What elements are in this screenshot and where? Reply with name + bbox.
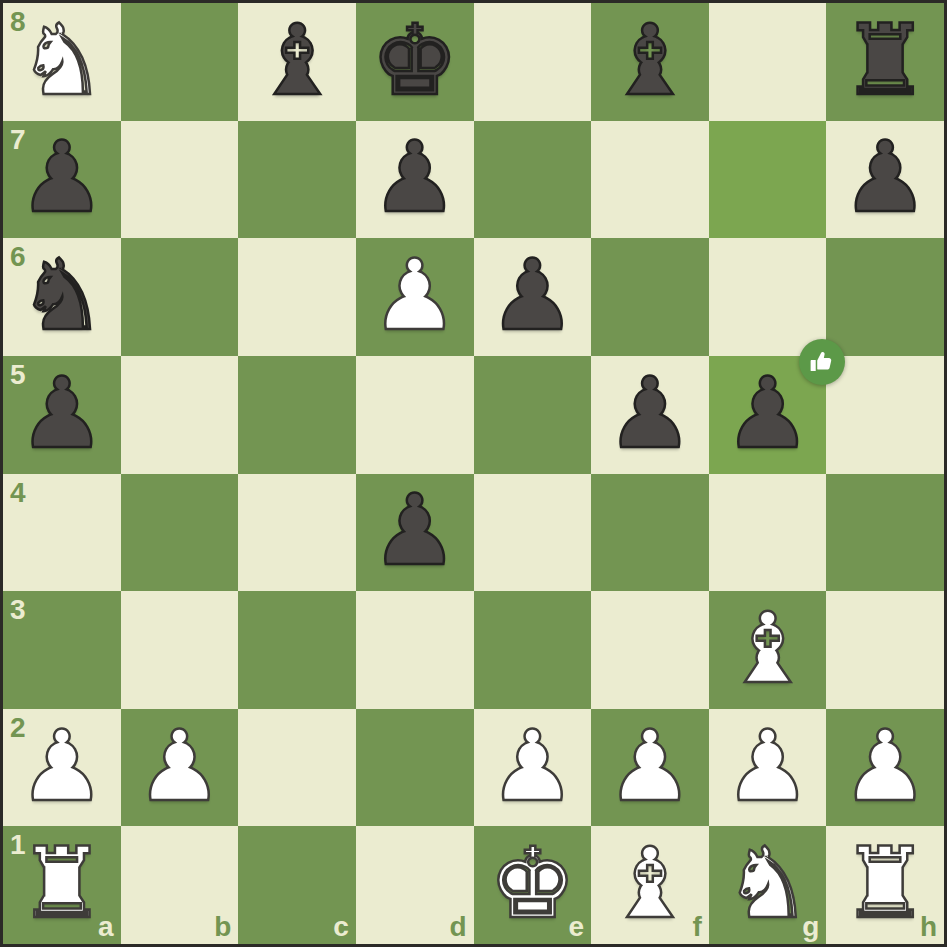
piece-black-pawn[interactable]: ♟ — [18, 364, 106, 462]
square-d2[interactable] — [356, 709, 474, 827]
piece-black-pawn[interactable]: ♟ — [841, 128, 929, 226]
square-h1[interactable]: h♜ — [826, 826, 944, 944]
square-e6[interactable]: ♟ — [474, 238, 592, 356]
piece-black-king[interactable]: ♚ — [371, 11, 459, 109]
square-b8[interactable] — [121, 3, 239, 121]
piece-white-pawn[interactable]: ♟ — [371, 246, 459, 344]
square-d1[interactable]: d — [356, 826, 474, 944]
piece-white-pawn[interactable]: ♟ — [841, 717, 929, 815]
square-a4[interactable]: 4 — [3, 474, 121, 592]
square-e5[interactable] — [474, 356, 592, 474]
piece-black-bishop[interactable]: ♝ — [253, 11, 341, 109]
square-d5[interactable] — [356, 356, 474, 474]
chess-board: 8♞♝♚♝♜7♟♟♟6♞♟♟5♟♟♟4♟3♝2♟♟♟♟♟♟1a♜bcde♚f♝g… — [3, 3, 944, 944]
square-g2[interactable]: ♟ — [709, 709, 827, 827]
square-e7[interactable] — [474, 121, 592, 239]
piece-black-pawn[interactable]: ♟ — [488, 246, 576, 344]
piece-white-bishop[interactable]: ♝ — [724, 599, 812, 697]
piece-black-pawn[interactable]: ♟ — [371, 481, 459, 579]
square-c1[interactable]: c — [238, 826, 356, 944]
square-d7[interactable]: ♟ — [356, 121, 474, 239]
square-c8[interactable]: ♝ — [238, 3, 356, 121]
piece-black-pawn[interactable]: ♟ — [724, 364, 812, 462]
square-a6[interactable]: 6♞ — [3, 238, 121, 356]
square-h3[interactable] — [826, 591, 944, 709]
piece-white-rook[interactable]: ♜ — [841, 834, 929, 932]
file-label-c: c — [333, 911, 349, 943]
square-a1[interactable]: 1a♜ — [3, 826, 121, 944]
square-b3[interactable] — [121, 591, 239, 709]
square-c4[interactable] — [238, 474, 356, 592]
square-d3[interactable] — [356, 591, 474, 709]
square-c3[interactable] — [238, 591, 356, 709]
piece-white-pawn[interactable]: ♟ — [18, 717, 106, 815]
square-g3[interactable]: ♝ — [709, 591, 827, 709]
square-d8[interactable]: ♚ — [356, 3, 474, 121]
square-e1[interactable]: e♚ — [474, 826, 592, 944]
square-c6[interactable] — [238, 238, 356, 356]
piece-white-pawn[interactable]: ♟ — [724, 717, 812, 815]
square-h5[interactable] — [826, 356, 944, 474]
square-h4[interactable] — [826, 474, 944, 592]
file-label-d: d — [449, 911, 466, 943]
square-f5[interactable]: ♟ — [591, 356, 709, 474]
square-h7[interactable]: ♟ — [826, 121, 944, 239]
piece-black-bishop[interactable]: ♝ — [606, 11, 694, 109]
square-b2[interactable]: ♟ — [121, 709, 239, 827]
square-b7[interactable] — [121, 121, 239, 239]
square-g8[interactable] — [709, 3, 827, 121]
square-g7[interactable] — [709, 121, 827, 239]
square-b1[interactable]: b — [121, 826, 239, 944]
piece-white-rook[interactable]: ♜ — [18, 834, 106, 932]
piece-white-king[interactable]: ♚ — [488, 834, 576, 932]
square-f3[interactable] — [591, 591, 709, 709]
square-h8[interactable]: ♜ — [826, 3, 944, 121]
piece-black-pawn[interactable]: ♟ — [18, 128, 106, 226]
thumbs-up-icon — [809, 349, 835, 375]
square-e2[interactable]: ♟ — [474, 709, 592, 827]
rank-label-3: 3 — [10, 594, 26, 626]
square-f7[interactable] — [591, 121, 709, 239]
piece-white-knight[interactable]: ♞ — [724, 834, 812, 932]
square-b6[interactable] — [121, 238, 239, 356]
square-e4[interactable] — [474, 474, 592, 592]
square-f6[interactable] — [591, 238, 709, 356]
piece-white-pawn[interactable]: ♟ — [136, 717, 224, 815]
rank-label-4: 4 — [10, 477, 26, 509]
square-a3[interactable]: 3 — [3, 591, 121, 709]
square-f4[interactable] — [591, 474, 709, 592]
square-e3[interactable] — [474, 591, 592, 709]
square-d6[interactable]: ♟ — [356, 238, 474, 356]
square-f2[interactable]: ♟ — [591, 709, 709, 827]
piece-white-knight[interactable]: ♞ — [18, 11, 106, 109]
square-a8[interactable]: 8♞ — [3, 3, 121, 121]
square-b5[interactable] — [121, 356, 239, 474]
square-c7[interactable] — [238, 121, 356, 239]
piece-white-pawn[interactable]: ♟ — [488, 717, 576, 815]
square-g1[interactable]: g♞ — [709, 826, 827, 944]
square-b4[interactable] — [121, 474, 239, 592]
piece-black-pawn[interactable]: ♟ — [606, 364, 694, 462]
square-a2[interactable]: 2♟ — [3, 709, 121, 827]
chess-board-container: 8♞♝♚♝♜7♟♟♟6♞♟♟5♟♟♟4♟3♝2♟♟♟♟♟♟1a♜bcde♚f♝g… — [0, 0, 947, 947]
file-label-b: b — [214, 911, 231, 943]
square-c2[interactable] — [238, 709, 356, 827]
square-f8[interactable]: ♝ — [591, 3, 709, 121]
piece-white-bishop[interactable]: ♝ — [606, 834, 694, 932]
piece-black-rook[interactable]: ♜ — [841, 11, 929, 109]
piece-white-pawn[interactable]: ♟ — [606, 717, 694, 815]
square-g6[interactable] — [709, 238, 827, 356]
square-f1[interactable]: f♝ — [591, 826, 709, 944]
square-d4[interactable]: ♟ — [356, 474, 474, 592]
square-g4[interactable] — [709, 474, 827, 592]
square-a7[interactable]: 7♟ — [3, 121, 121, 239]
piece-black-pawn[interactable]: ♟ — [371, 128, 459, 226]
square-h6[interactable] — [826, 238, 944, 356]
square-e8[interactable] — [474, 3, 592, 121]
square-a5[interactable]: 5♟ — [3, 356, 121, 474]
good-move-badge — [799, 339, 845, 385]
piece-black-knight[interactable]: ♞ — [18, 246, 106, 344]
square-c5[interactable] — [238, 356, 356, 474]
square-h2[interactable]: ♟ — [826, 709, 944, 827]
